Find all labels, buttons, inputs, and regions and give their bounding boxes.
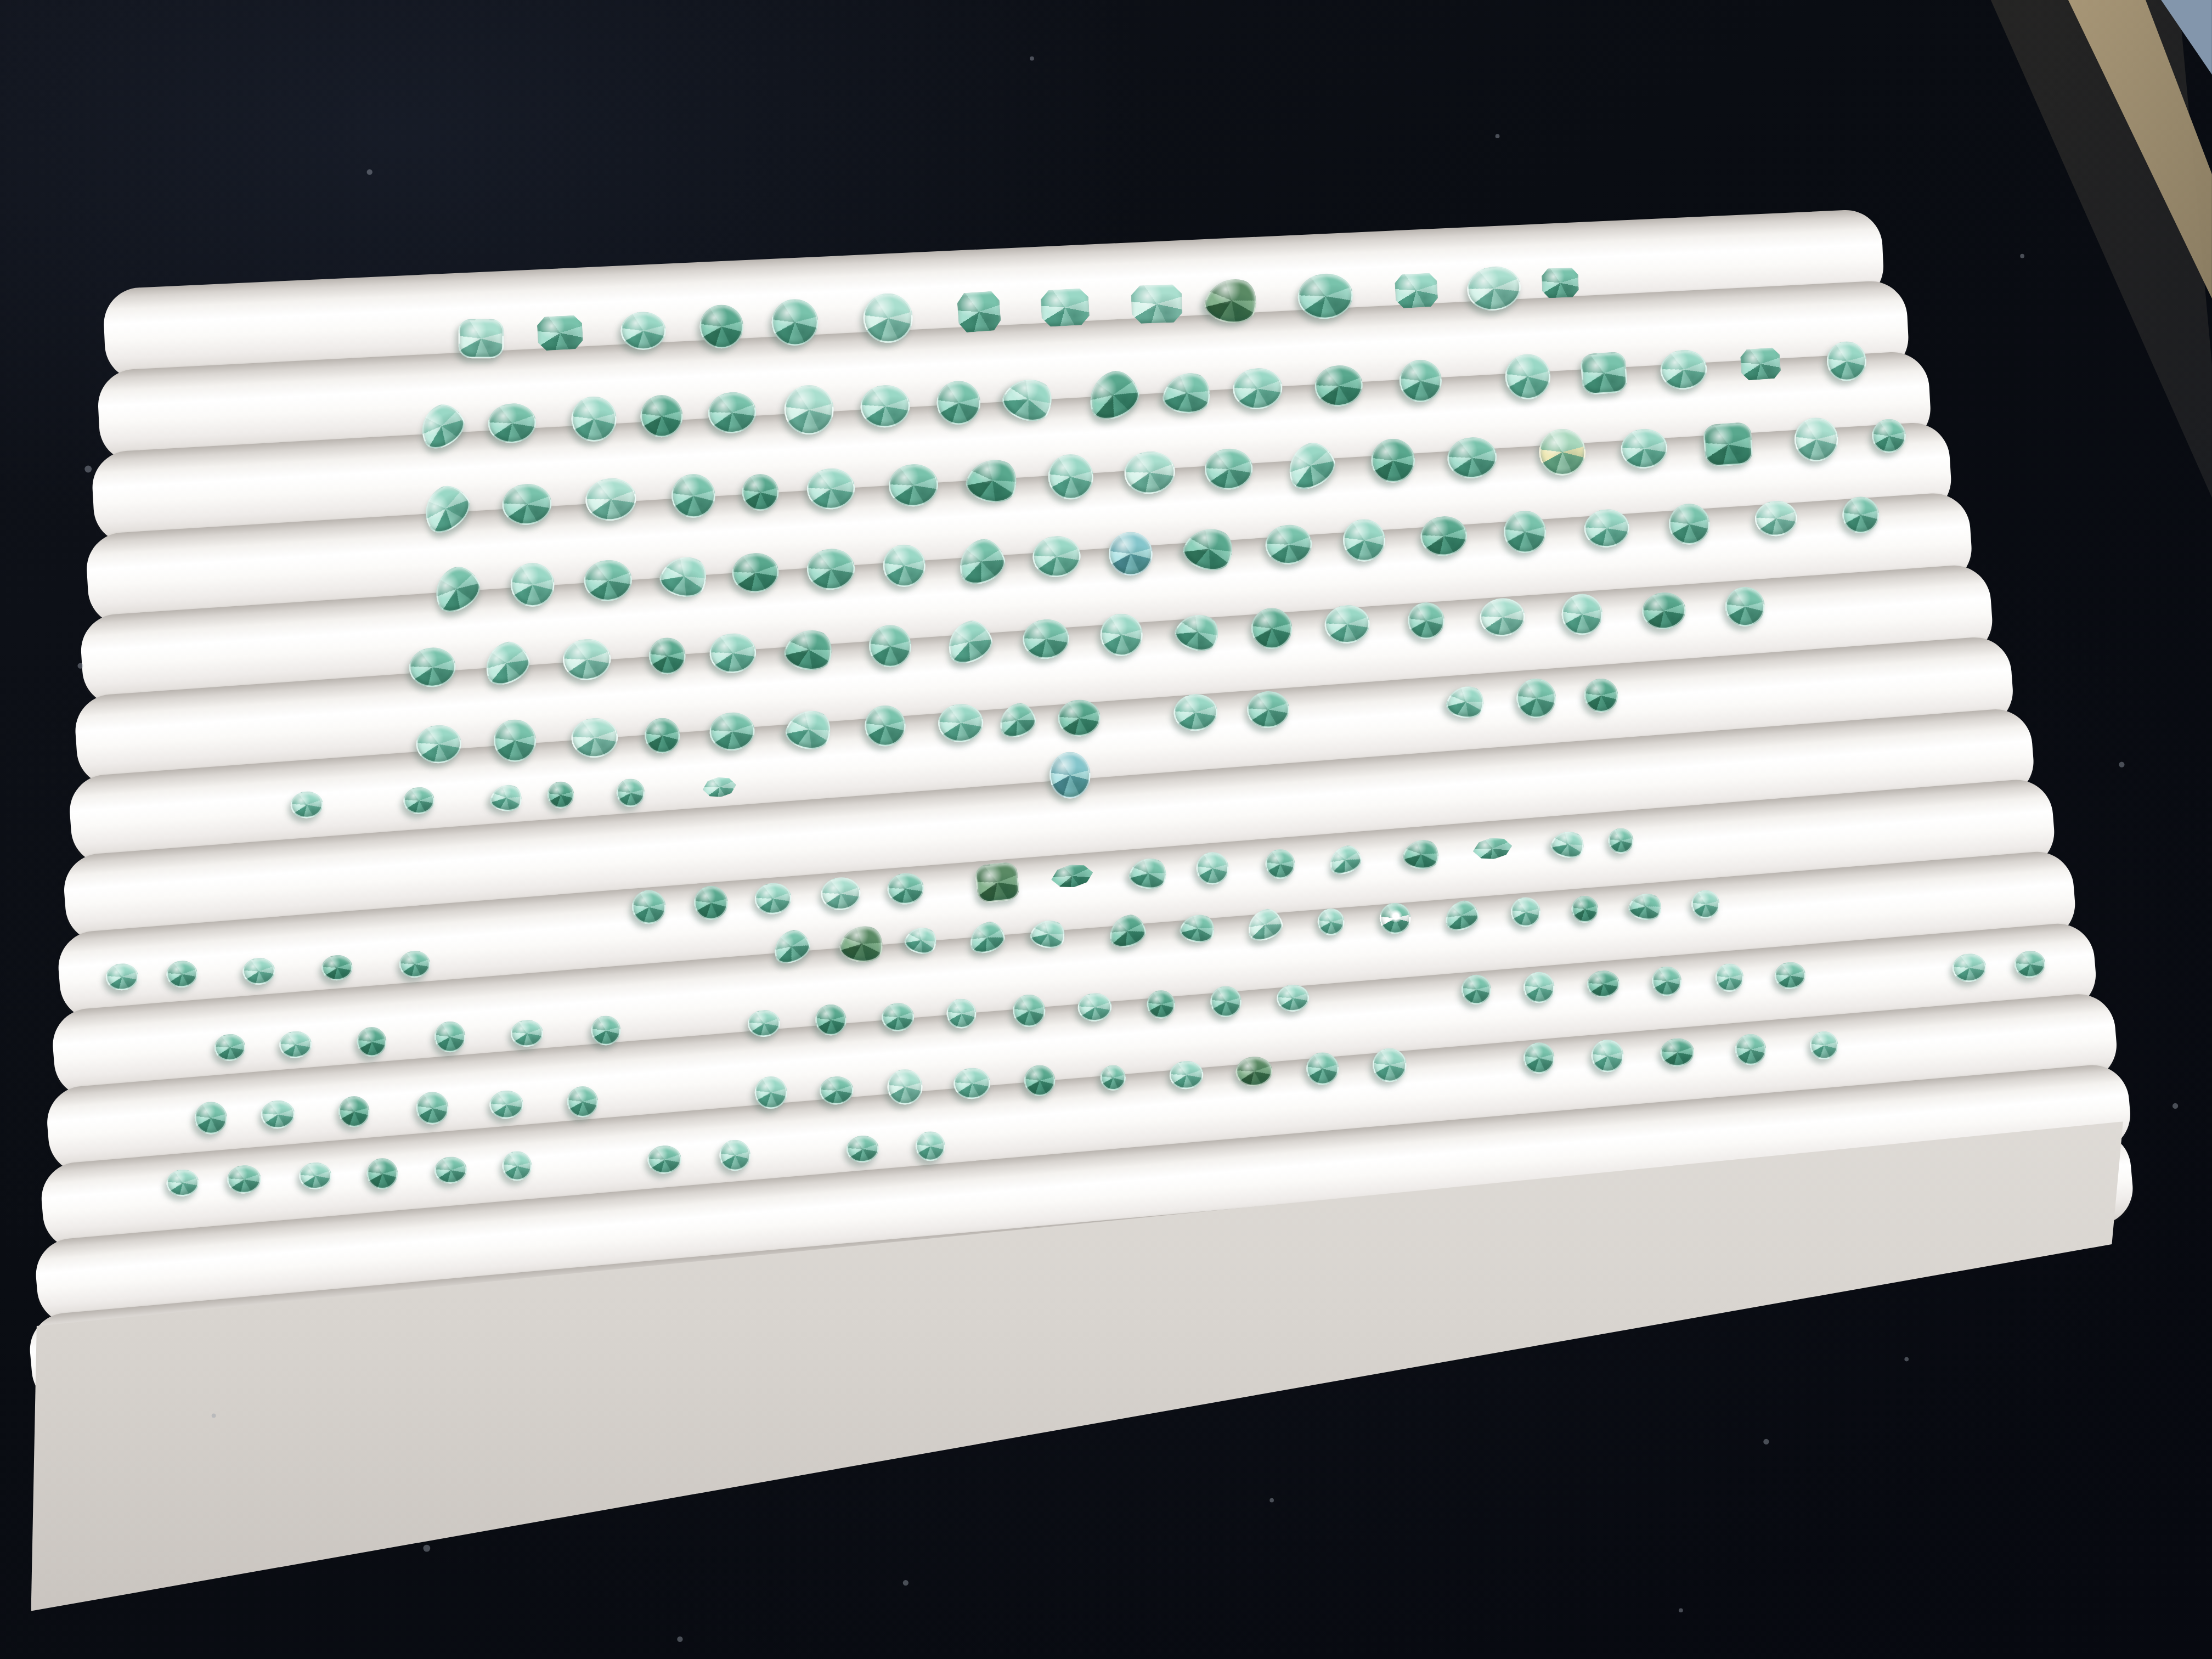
lint-speck xyxy=(212,1414,216,1418)
gemstone xyxy=(1408,603,1444,640)
lint-speck xyxy=(1763,1439,1769,1444)
gemstone xyxy=(1195,852,1228,884)
gemstone xyxy=(1523,1043,1555,1074)
gemstone xyxy=(620,312,665,349)
gemstone xyxy=(1210,986,1242,1017)
gemstone xyxy=(567,1086,599,1117)
gemstone xyxy=(1373,1048,1407,1082)
gemstone xyxy=(862,294,912,343)
gemstone xyxy=(1461,975,1491,1005)
gemstone xyxy=(1040,289,1090,328)
lint-speck xyxy=(677,1637,682,1642)
gemstone xyxy=(1571,896,1598,923)
gemstone xyxy=(1842,496,1879,533)
gemstone xyxy=(742,474,779,511)
gemstone xyxy=(1794,418,1838,462)
lint-speck xyxy=(1679,1608,1683,1612)
gemstone xyxy=(1024,1065,1056,1097)
gemstone xyxy=(1251,608,1292,649)
gemstone xyxy=(915,1131,945,1160)
lint-speck xyxy=(1269,1498,1274,1503)
gemstone xyxy=(1380,903,1411,934)
gemstone xyxy=(1306,1052,1338,1085)
gemstone xyxy=(1370,439,1414,483)
gemstone xyxy=(571,397,616,442)
gemstone xyxy=(1542,268,1579,298)
gemstone xyxy=(501,1152,531,1181)
gemstone xyxy=(1725,586,1765,626)
gemstone xyxy=(644,718,679,753)
gemstone xyxy=(1608,828,1633,853)
lint-speck xyxy=(2020,254,2024,258)
lint-speck xyxy=(423,1545,430,1552)
lint-speck xyxy=(84,466,92,473)
gemstone xyxy=(1049,752,1090,798)
gemstone xyxy=(1101,1065,1126,1090)
gemstone xyxy=(632,890,666,924)
gemstone xyxy=(1147,990,1175,1018)
gemstone xyxy=(946,999,975,1029)
gemstone xyxy=(1516,679,1556,718)
gemstone xyxy=(494,720,536,762)
gemstone xyxy=(537,315,583,351)
gemstone xyxy=(1827,342,1866,381)
gemstone xyxy=(356,1026,386,1056)
lint-speck xyxy=(1030,57,1034,61)
gemstone xyxy=(719,1140,751,1171)
gemstone xyxy=(617,778,645,806)
lint-speck xyxy=(367,170,373,175)
gemstone xyxy=(883,544,926,586)
gemstone xyxy=(1691,890,1719,918)
gemstone xyxy=(459,319,504,358)
gemstone xyxy=(1395,272,1438,308)
gemstone xyxy=(694,885,728,919)
gemstone xyxy=(1510,898,1540,927)
gemstone xyxy=(783,385,833,435)
gemstone xyxy=(699,304,743,348)
gemstone xyxy=(415,1092,448,1125)
gemstone xyxy=(1400,360,1442,403)
lint-speck xyxy=(77,663,83,669)
gemstone xyxy=(864,705,905,746)
gemstone xyxy=(510,563,554,607)
lint-speck xyxy=(1904,1357,1909,1362)
gemstone xyxy=(1012,995,1045,1027)
gemstone xyxy=(1131,284,1183,324)
gemstone xyxy=(1561,594,1602,635)
gemstone xyxy=(1735,1034,1767,1065)
gemstone xyxy=(957,291,1002,333)
gemstone xyxy=(1101,614,1143,656)
gemstone xyxy=(1504,511,1546,553)
gemstone xyxy=(1651,966,1681,996)
gemstone xyxy=(1048,455,1093,500)
gemstone xyxy=(435,1022,466,1053)
gemstone xyxy=(1108,531,1152,575)
gemstone xyxy=(1523,972,1555,1003)
gemstone xyxy=(974,862,1020,904)
gemstone xyxy=(1505,354,1550,399)
gemstone xyxy=(1265,849,1294,879)
gemstone xyxy=(869,624,911,667)
gemstone xyxy=(590,1015,620,1045)
gemstone xyxy=(1703,422,1754,467)
lint-speck xyxy=(1496,134,1500,138)
gemstone xyxy=(640,396,682,438)
gemstone xyxy=(367,1158,398,1189)
gemstone xyxy=(1740,347,1781,381)
gemstone xyxy=(771,300,817,346)
gemstone xyxy=(754,1077,786,1109)
lint-speck xyxy=(2172,1103,2178,1109)
lint-speck xyxy=(903,1580,909,1585)
gemstone xyxy=(1580,351,1628,395)
gemstone xyxy=(1872,420,1906,454)
gemstone xyxy=(1590,1039,1623,1071)
gemstone xyxy=(1317,908,1344,935)
gemstone xyxy=(1810,1032,1838,1060)
gemstone xyxy=(1343,520,1385,562)
gemstone xyxy=(887,1069,922,1104)
gemstone xyxy=(1716,964,1743,992)
gemstone xyxy=(815,1005,847,1036)
gemstone xyxy=(338,1096,370,1127)
gemstone xyxy=(194,1102,227,1135)
gemstone xyxy=(1584,679,1618,713)
gemstone xyxy=(671,474,715,518)
lint-speck xyxy=(2119,762,2124,768)
gemstone xyxy=(546,782,573,809)
photo-stage xyxy=(0,0,2212,1659)
gemstone xyxy=(1538,430,1585,476)
gemstone xyxy=(1668,503,1709,544)
gemstone xyxy=(936,381,980,425)
gemstone xyxy=(649,637,686,674)
